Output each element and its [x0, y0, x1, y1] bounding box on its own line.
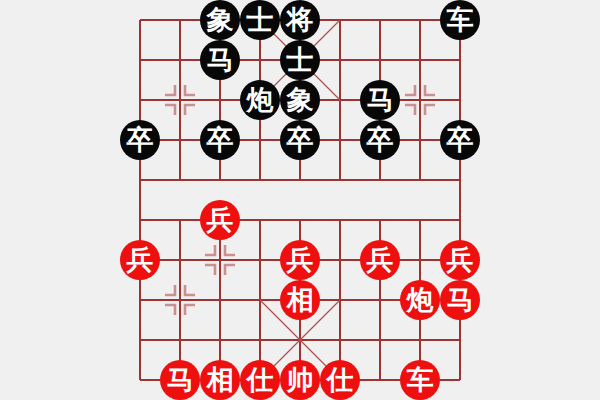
piece-glyph: 车 [407, 366, 434, 393]
piece-glyph: 帅 [287, 366, 314, 393]
piece-glyph: 将 [287, 6, 314, 33]
piece-black-soldier[interactable]: 卒 [280, 120, 320, 160]
xiangqi-app: 象士将车马士炮象马卒卒卒卒卒兵兵兵兵兵相炮马马相仕帅仕车 [0, 0, 600, 400]
piece-glyph: 相 [207, 366, 234, 393]
piece-red-soldier[interactable]: 兵 [440, 240, 480, 280]
piece-glyph: 马 [447, 286, 474, 313]
piece-glyph: 卒 [127, 126, 154, 153]
piece-glyph: 兵 [287, 246, 314, 273]
piece-glyph: 士 [247, 6, 274, 33]
piece-black-advisor[interactable]: 士 [280, 40, 320, 80]
piece-red-soldier[interactable]: 兵 [280, 240, 320, 280]
piece-red-elephant[interactable]: 相 [200, 360, 240, 400]
piece-red-horse[interactable]: 马 [160, 360, 200, 400]
piece-black-cannon[interactable]: 炮 [240, 80, 280, 120]
piece-glyph: 象 [287, 86, 314, 113]
piece-black-soldier[interactable]: 卒 [440, 120, 480, 160]
piece-red-cannon[interactable]: 炮 [400, 280, 440, 320]
piece-glyph: 兵 [127, 246, 154, 273]
xiangqi-board[interactable]: 象士将车马士炮象马卒卒卒卒卒兵兵兵兵兵相炮马马相仕帅仕车 [120, 0, 480, 400]
piece-black-chariot[interactable]: 车 [440, 0, 480, 40]
piece-red-advisor[interactable]: 仕 [320, 360, 360, 400]
piece-glyph: 相 [287, 286, 314, 313]
piece-black-soldier[interactable]: 卒 [200, 120, 240, 160]
piece-black-general[interactable]: 将 [280, 0, 320, 40]
piece-red-advisor[interactable]: 仕 [240, 360, 280, 400]
piece-glyph: 炮 [247, 86, 274, 113]
piece-black-elephant[interactable]: 象 [280, 80, 320, 120]
piece-glyph: 兵 [367, 246, 394, 273]
piece-black-advisor[interactable]: 士 [240, 0, 280, 40]
piece-red-soldier[interactable]: 兵 [200, 200, 240, 240]
piece-black-horse[interactable]: 马 [360, 80, 400, 120]
piece-glyph: 兵 [447, 246, 474, 273]
piece-glyph: 马 [207, 46, 234, 73]
piece-glyph: 车 [447, 6, 474, 33]
piece-black-elephant[interactable]: 象 [200, 0, 240, 40]
piece-glyph: 仕 [327, 366, 354, 393]
piece-glyph: 士 [287, 46, 314, 73]
piece-glyph: 马 [167, 366, 194, 393]
piece-red-soldier[interactable]: 兵 [120, 240, 160, 280]
piece-red-soldier[interactable]: 兵 [360, 240, 400, 280]
piece-glyph: 马 [367, 86, 394, 113]
piece-glyph: 卒 [447, 126, 474, 153]
piece-red-elephant[interactable]: 相 [280, 280, 320, 320]
piece-red-general[interactable]: 帅 [280, 360, 320, 400]
piece-black-soldier[interactable]: 卒 [360, 120, 400, 160]
piece-glyph: 炮 [407, 286, 434, 313]
piece-glyph: 兵 [207, 206, 234, 233]
piece-red-horse[interactable]: 马 [440, 280, 480, 320]
piece-glyph: 象 [207, 6, 234, 33]
piece-black-soldier[interactable]: 卒 [120, 120, 160, 160]
piece-red-chariot[interactable]: 车 [400, 360, 440, 400]
piece-glyph: 卒 [287, 126, 314, 153]
piece-black-horse[interactable]: 马 [200, 40, 240, 80]
piece-glyph: 卒 [207, 126, 234, 153]
piece-glyph: 卒 [367, 126, 394, 153]
piece-glyph: 仕 [247, 366, 274, 393]
